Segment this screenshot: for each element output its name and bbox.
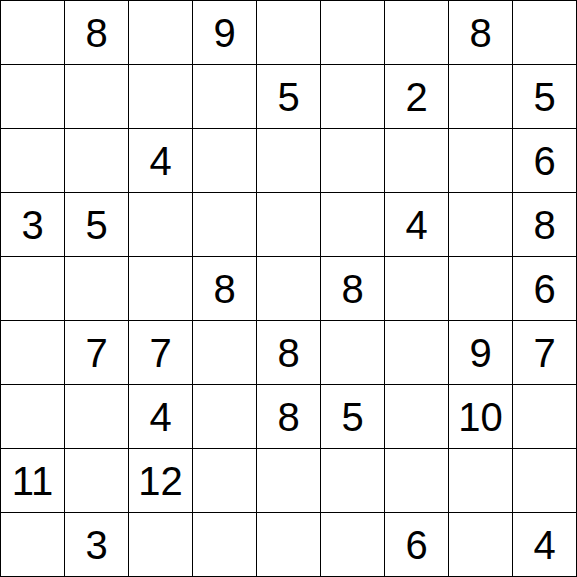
cell-r5c4: 8 — [193, 257, 256, 320]
cell-r6c5: 8 — [257, 321, 320, 384]
cell-r6c1[interactable] — [1, 321, 64, 384]
cell-r5c2[interactable] — [65, 257, 128, 320]
cell-r8c1: 11 — [1, 449, 64, 512]
cell-r4c7: 4 — [385, 193, 448, 256]
cell-r7c7[interactable] — [385, 385, 448, 448]
cell-r6c3: 7 — [129, 321, 192, 384]
cell-r5c1[interactable] — [1, 257, 64, 320]
cell-r8c2[interactable] — [65, 449, 128, 512]
cell-r2c5: 5 — [257, 65, 320, 128]
cell-r3c7[interactable] — [385, 129, 448, 192]
cell-r8c8[interactable] — [449, 449, 512, 512]
cell-r4c5[interactable] — [257, 193, 320, 256]
cell-r7c3: 4 — [129, 385, 192, 448]
cell-r5c7[interactable] — [385, 257, 448, 320]
cell-r8c3: 12 — [129, 449, 192, 512]
cell-r1c9[interactable] — [513, 1, 576, 64]
cell-r2c7: 2 — [385, 65, 448, 128]
cell-r9c8[interactable] — [449, 513, 512, 576]
cell-r5c9: 6 — [513, 257, 576, 320]
cell-r1c5[interactable] — [257, 1, 320, 64]
cell-r6c7[interactable] — [385, 321, 448, 384]
cell-r7c8: 10 — [449, 385, 512, 448]
cell-r7c9[interactable] — [513, 385, 576, 448]
cell-r5c8[interactable] — [449, 257, 512, 320]
cell-r9c4[interactable] — [193, 513, 256, 576]
cell-r7c2[interactable] — [65, 385, 128, 448]
cell-r3c1[interactable] — [1, 129, 64, 192]
cell-r6c6[interactable] — [321, 321, 384, 384]
cell-r4c9: 8 — [513, 193, 576, 256]
cell-r5c5[interactable] — [257, 257, 320, 320]
cell-r9c7: 6 — [385, 513, 448, 576]
cell-r1c6[interactable] — [321, 1, 384, 64]
cell-r2c4[interactable] — [193, 65, 256, 128]
cell-r9c6[interactable] — [321, 513, 384, 576]
cell-r4c6[interactable] — [321, 193, 384, 256]
cell-r1c8: 8 — [449, 1, 512, 64]
puzzle-board: 89852546354888677897485101112364 — [0, 0, 577, 577]
cell-r8c7[interactable] — [385, 449, 448, 512]
cell-r3c8[interactable] — [449, 129, 512, 192]
cell-r7c1[interactable] — [1, 385, 64, 448]
cell-r3c9: 6 — [513, 129, 576, 192]
cell-r3c4[interactable] — [193, 129, 256, 192]
cell-r1c3[interactable] — [129, 1, 192, 64]
cell-r1c2: 8 — [65, 1, 128, 64]
cell-r2c8[interactable] — [449, 65, 512, 128]
cell-r5c3[interactable] — [129, 257, 192, 320]
cell-r9c9: 4 — [513, 513, 576, 576]
cell-r2c1[interactable] — [1, 65, 64, 128]
cell-r2c2[interactable] — [65, 65, 128, 128]
cell-r1c7[interactable] — [385, 1, 448, 64]
cell-r6c9: 7 — [513, 321, 576, 384]
cell-r1c1[interactable] — [1, 1, 64, 64]
cell-r9c5[interactable] — [257, 513, 320, 576]
cell-r1c4: 9 — [193, 1, 256, 64]
cell-r3c6[interactable] — [321, 129, 384, 192]
cell-r6c4[interactable] — [193, 321, 256, 384]
cell-r5c6: 8 — [321, 257, 384, 320]
cell-r4c8[interactable] — [449, 193, 512, 256]
cell-r7c6: 5 — [321, 385, 384, 448]
cell-r4c4[interactable] — [193, 193, 256, 256]
cell-r8c4[interactable] — [193, 449, 256, 512]
cell-r2c6[interactable] — [321, 65, 384, 128]
cell-r3c5[interactable] — [257, 129, 320, 192]
cell-r9c2: 3 — [65, 513, 128, 576]
cell-r6c8: 9 — [449, 321, 512, 384]
cell-r2c3[interactable] — [129, 65, 192, 128]
cell-r7c4[interactable] — [193, 385, 256, 448]
cell-r6c2: 7 — [65, 321, 128, 384]
cell-r8c5[interactable] — [257, 449, 320, 512]
cell-r3c3: 4 — [129, 129, 192, 192]
cell-r4c1: 3 — [1, 193, 64, 256]
cell-r4c2: 5 — [65, 193, 128, 256]
cell-r9c1[interactable] — [1, 513, 64, 576]
cell-r8c9[interactable] — [513, 449, 576, 512]
cell-r8c6[interactable] — [321, 449, 384, 512]
cell-r2c9: 5 — [513, 65, 576, 128]
cell-r4c3[interactable] — [129, 193, 192, 256]
cell-r9c3[interactable] — [129, 513, 192, 576]
cell-r3c2[interactable] — [65, 129, 128, 192]
cell-r7c5: 8 — [257, 385, 320, 448]
